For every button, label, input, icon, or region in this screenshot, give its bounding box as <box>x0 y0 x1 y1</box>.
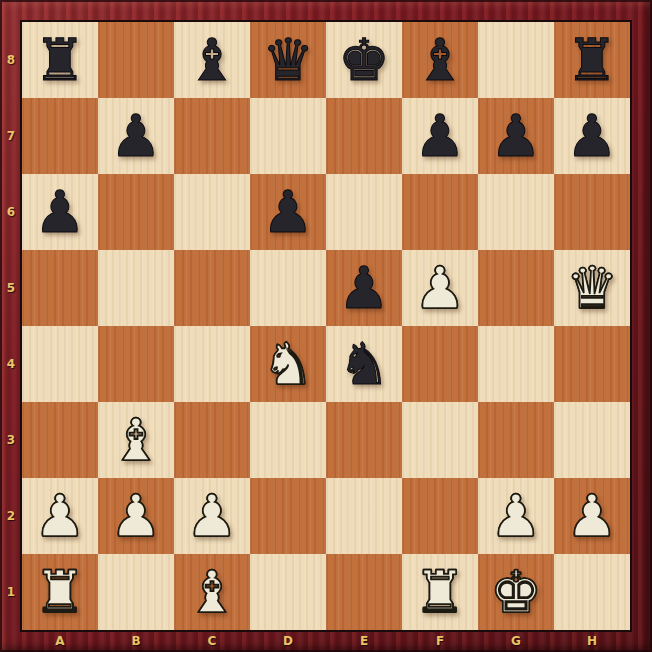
piece-black-bishop[interactable]: ♝ <box>402 22 478 98</box>
square-e7[interactable] <box>326 98 402 174</box>
piece-black-knight[interactable]: ♞ <box>326 326 402 402</box>
piece-white-king[interactable]: ♚ <box>478 554 554 630</box>
rank-label-6: 6 <box>0 174 22 250</box>
piece-black-pawn[interactable]: ♟ <box>22 174 98 250</box>
square-c2[interactable]: ♟ <box>174 478 250 554</box>
rank-label-7: 7 <box>0 98 22 174</box>
square-c6[interactable] <box>174 174 250 250</box>
rank-label-text: 8 <box>7 53 15 67</box>
square-b7[interactable]: ♟ <box>98 98 174 174</box>
square-d3[interactable] <box>250 402 326 478</box>
square-f5[interactable]: ♟ <box>402 250 478 326</box>
square-b4[interactable] <box>98 326 174 402</box>
file-label-text: D <box>283 634 293 648</box>
file-label-d: D <box>250 630 326 652</box>
piece-white-pawn[interactable]: ♟ <box>174 478 250 554</box>
square-g6[interactable] <box>478 174 554 250</box>
piece-white-pawn[interactable]: ♟ <box>402 250 478 326</box>
square-d8[interactable]: ♛ <box>250 22 326 98</box>
piece-black-pawn[interactable]: ♟ <box>554 98 630 174</box>
file-label-h: H <box>554 630 630 652</box>
square-b5[interactable] <box>98 250 174 326</box>
file-label-text: C <box>208 634 217 648</box>
square-e8[interactable]: ♚ <box>326 22 402 98</box>
piece-black-bishop[interactable]: ♝ <box>174 22 250 98</box>
rank-label-text: 3 <box>7 433 15 447</box>
square-h5[interactable]: ♛ <box>554 250 630 326</box>
rank-label-8: 8 <box>0 22 22 98</box>
file-label-g: G <box>478 630 554 652</box>
square-e2[interactable] <box>326 478 402 554</box>
piece-black-rook[interactable]: ♜ <box>22 22 98 98</box>
square-a8[interactable]: ♜ <box>22 22 98 98</box>
square-a6[interactable]: ♟ <box>22 174 98 250</box>
file-labels: ABCDEFGH <box>22 630 630 652</box>
square-c8[interactable]: ♝ <box>174 22 250 98</box>
piece-white-bishop[interactable]: ♝ <box>174 554 250 630</box>
square-d5[interactable] <box>250 250 326 326</box>
square-d6[interactable]: ♟ <box>250 174 326 250</box>
piece-white-pawn[interactable]: ♟ <box>22 478 98 554</box>
square-c7[interactable] <box>174 98 250 174</box>
file-label-text: F <box>436 634 444 648</box>
file-label-text: B <box>131 634 140 648</box>
square-g2[interactable]: ♟ <box>478 478 554 554</box>
square-e3[interactable] <box>326 402 402 478</box>
square-f3[interactable] <box>402 402 478 478</box>
piece-black-pawn[interactable]: ♟ <box>478 98 554 174</box>
chess-board: ♜♝♛♚♝♜♟♟♟♟♟♟♟♟♛♞♞♝♟♟♟♟♟♜♝♜♚ <box>22 22 630 630</box>
square-c3[interactable] <box>174 402 250 478</box>
rank-label-2: 2 <box>0 478 22 554</box>
rank-label-text: 1 <box>7 585 15 599</box>
rank-labels: 87654321 <box>0 22 22 630</box>
square-a4[interactable] <box>22 326 98 402</box>
rank-label-4: 4 <box>0 326 22 402</box>
rank-label-text: 2 <box>7 509 15 523</box>
square-a7[interactable] <box>22 98 98 174</box>
square-d4[interactable]: ♞ <box>250 326 326 402</box>
square-a2[interactable]: ♟ <box>22 478 98 554</box>
piece-white-pawn[interactable]: ♟ <box>98 478 174 554</box>
rank-label-text: 5 <box>7 281 15 295</box>
file-label-a: A <box>22 630 98 652</box>
square-f4[interactable] <box>402 326 478 402</box>
square-e1[interactable] <box>326 554 402 630</box>
square-d2[interactable] <box>250 478 326 554</box>
file-label-text: H <box>587 634 597 648</box>
square-d7[interactable] <box>250 98 326 174</box>
square-a5[interactable] <box>22 250 98 326</box>
square-b1[interactable] <box>98 554 174 630</box>
square-d1[interactable] <box>250 554 326 630</box>
piece-black-pawn[interactable]: ♟ <box>326 250 402 326</box>
piece-white-bishop[interactable]: ♝ <box>98 402 174 478</box>
piece-black-rook[interactable]: ♜ <box>554 22 630 98</box>
piece-black-pawn[interactable]: ♟ <box>402 98 478 174</box>
piece-white-knight[interactable]: ♞ <box>250 326 326 402</box>
rank-label-1: 1 <box>0 554 22 630</box>
square-f1[interactable]: ♜ <box>402 554 478 630</box>
file-label-text: E <box>360 634 368 648</box>
square-a1[interactable]: ♜ <box>22 554 98 630</box>
square-g3[interactable] <box>478 402 554 478</box>
rank-label-text: 4 <box>7 357 15 371</box>
square-f7[interactable]: ♟ <box>402 98 478 174</box>
file-label-text: A <box>55 634 64 648</box>
square-g7[interactable]: ♟ <box>478 98 554 174</box>
square-h7[interactable]: ♟ <box>554 98 630 174</box>
piece-black-king[interactable]: ♚ <box>326 22 402 98</box>
square-h2[interactable]: ♟ <box>554 478 630 554</box>
square-h3[interactable] <box>554 402 630 478</box>
piece-black-pawn[interactable]: ♟ <box>98 98 174 174</box>
square-h8[interactable]: ♜ <box>554 22 630 98</box>
square-h4[interactable] <box>554 326 630 402</box>
square-e4[interactable]: ♞ <box>326 326 402 402</box>
rank-label-text: 7 <box>7 129 15 143</box>
chess-app: ♜♝♛♚♝♜♟♟♟♟♟♟♟♟♛♞♞♝♟♟♟♟♟♜♝♜♚ 87654321 ABC… <box>0 0 652 652</box>
square-b6[interactable] <box>98 174 174 250</box>
square-f6[interactable] <box>402 174 478 250</box>
square-e6[interactable] <box>326 174 402 250</box>
square-h6[interactable] <box>554 174 630 250</box>
square-f2[interactable] <box>402 478 478 554</box>
rank-label-text: 6 <box>7 205 15 219</box>
piece-white-pawn[interactable]: ♟ <box>478 478 554 554</box>
piece-white-queen[interactable]: ♛ <box>554 250 630 326</box>
piece-white-rook[interactable]: ♜ <box>22 554 98 630</box>
piece-white-rook[interactable]: ♜ <box>402 554 478 630</box>
file-label-text: G <box>511 634 521 648</box>
square-g1[interactable]: ♚ <box>478 554 554 630</box>
square-f8[interactable]: ♝ <box>402 22 478 98</box>
square-b8[interactable] <box>98 22 174 98</box>
square-g8[interactable] <box>478 22 554 98</box>
rank-label-3: 3 <box>0 402 22 478</box>
file-label-b: B <box>98 630 174 652</box>
square-b2[interactable]: ♟ <box>98 478 174 554</box>
square-e5[interactable]: ♟ <box>326 250 402 326</box>
piece-white-pawn[interactable]: ♟ <box>554 478 630 554</box>
piece-black-queen[interactable]: ♛ <box>250 22 326 98</box>
square-a3[interactable] <box>22 402 98 478</box>
square-g4[interactable] <box>478 326 554 402</box>
file-label-f: F <box>402 630 478 652</box>
square-c1[interactable]: ♝ <box>174 554 250 630</box>
piece-black-pawn[interactable]: ♟ <box>250 174 326 250</box>
file-label-e: E <box>326 630 402 652</box>
file-label-c: C <box>174 630 250 652</box>
square-c5[interactable] <box>174 250 250 326</box>
square-h1[interactable] <box>554 554 630 630</box>
square-b3[interactable]: ♝ <box>98 402 174 478</box>
rank-label-5: 5 <box>0 250 22 326</box>
square-c4[interactable] <box>174 326 250 402</box>
square-g5[interactable] <box>478 250 554 326</box>
